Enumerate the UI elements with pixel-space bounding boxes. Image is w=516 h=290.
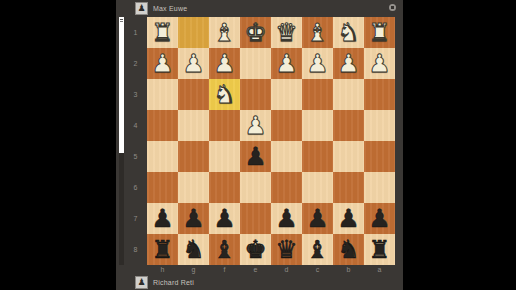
white-pawn-g2[interactable]: ♟ xyxy=(182,48,204,79)
square-h3[interactable] xyxy=(147,79,178,110)
file-label-c: c xyxy=(302,265,333,275)
square-h8[interactable]: ♜ xyxy=(147,234,178,265)
square-g2[interactable]: ♟ xyxy=(178,48,209,79)
square-a3[interactable] xyxy=(364,79,395,110)
square-d4[interactable] xyxy=(271,110,302,141)
black-pawn-f7[interactable]: ♟ xyxy=(213,203,235,234)
chess-piece-avatar-icon: ♟ xyxy=(137,278,145,287)
square-d1[interactable]: ♛ xyxy=(271,17,302,48)
square-h2[interactable]: ♟ xyxy=(147,48,178,79)
white-bishop-f1[interactable]: ♝ xyxy=(213,17,235,48)
square-d8[interactable]: ♛ xyxy=(271,234,302,265)
square-e7[interactable] xyxy=(240,203,271,234)
white-bishop-c1[interactable]: ♝ xyxy=(306,17,328,48)
white-pawn-h2[interactable]: ♟ xyxy=(151,48,173,79)
chess-piece-avatar-icon: ♟ xyxy=(137,4,145,13)
bottom-player-avatar[interactable]: ♟ xyxy=(135,276,148,289)
square-c2[interactable]: ♟ xyxy=(302,48,333,79)
square-e5[interactable]: ♟ xyxy=(240,141,271,172)
square-a2[interactable]: ♟ xyxy=(364,48,395,79)
square-a7[interactable]: ♟ xyxy=(364,203,395,234)
chess-app-panel: ♟ Max Euwe 12345678 ♜♝♚♛♝♞♜♟♟♟♟♟♟♟♞♟♟♟♟♟… xyxy=(116,0,403,290)
square-b5[interactable] xyxy=(333,141,364,172)
white-knight-b1[interactable]: ♞ xyxy=(337,17,359,48)
rank-label-1: 1 xyxy=(124,17,147,48)
white-knight-f3[interactable]: ♞ xyxy=(213,79,235,110)
black-pawn-b7[interactable]: ♟ xyxy=(337,203,359,234)
white-pawn-c2[interactable]: ♟ xyxy=(306,48,328,79)
board: ♜♝♚♛♝♞♜♟♟♟♟♟♟♟♞♟♟♟♟♟♟♟♟♟♜♞♝♚♛♝♞♜ xyxy=(147,17,395,265)
square-h6[interactable] xyxy=(147,172,178,203)
square-f5[interactable] xyxy=(209,141,240,172)
square-b6[interactable] xyxy=(333,172,364,203)
bottom-player-name: Richard Reti xyxy=(153,279,194,286)
square-b7[interactable]: ♟ xyxy=(333,203,364,234)
square-e3[interactable] xyxy=(240,79,271,110)
top-player-bar: ♟ Max Euwe xyxy=(116,0,403,16)
left-letterbox xyxy=(0,0,116,290)
settings-icon[interactable] xyxy=(389,4,396,11)
square-f4[interactable] xyxy=(209,110,240,141)
square-e6[interactable] xyxy=(240,172,271,203)
square-g6[interactable] xyxy=(178,172,209,203)
square-f6[interactable] xyxy=(209,172,240,203)
square-f8[interactable]: ♝ xyxy=(209,234,240,265)
black-bishop-f8[interactable]: ♝ xyxy=(213,234,235,265)
square-a6[interactable] xyxy=(364,172,395,203)
square-a1[interactable]: ♜ xyxy=(364,17,395,48)
black-pawn-h7[interactable]: ♟ xyxy=(151,203,173,234)
black-queen-d8[interactable]: ♛ xyxy=(275,234,297,265)
square-d2[interactable]: ♟ xyxy=(271,48,302,79)
white-rook-h1[interactable]: ♜ xyxy=(151,17,173,48)
black-rook-h8[interactable]: ♜ xyxy=(151,234,173,265)
right-letterbox xyxy=(403,0,516,290)
file-label-a: a xyxy=(364,265,395,275)
square-b2[interactable]: ♟ xyxy=(333,48,364,79)
square-c1[interactable]: ♝ xyxy=(302,17,333,48)
rank-label-8: 8 xyxy=(124,234,147,265)
black-pawn-d7[interactable]: ♟ xyxy=(275,203,297,234)
square-c8[interactable]: ♝ xyxy=(302,234,333,265)
square-e8[interactable]: ♚ xyxy=(240,234,271,265)
square-b1[interactable]: ♞ xyxy=(333,17,364,48)
square-h1[interactable]: ♜ xyxy=(147,17,178,48)
black-pawn-g7[interactable]: ♟ xyxy=(182,203,204,234)
rank-label-2: 2 xyxy=(124,48,147,79)
black-knight-g8[interactable]: ♞ xyxy=(182,234,204,265)
white-pawn-f2[interactable]: ♟ xyxy=(213,48,235,79)
black-bishop-c8[interactable]: ♝ xyxy=(306,234,328,265)
file-label-b: b xyxy=(333,265,364,275)
black-rook-a8[interactable]: ♜ xyxy=(368,234,390,265)
black-pawn-c7[interactable]: ♟ xyxy=(306,203,328,234)
black-knight-b8[interactable]: ♞ xyxy=(337,234,359,265)
file-label-d: d xyxy=(271,265,302,275)
top-player-avatar[interactable]: ♟ xyxy=(135,2,148,15)
square-g8[interactable]: ♞ xyxy=(178,234,209,265)
file-label-h: h xyxy=(147,265,178,275)
square-d5[interactable] xyxy=(271,141,302,172)
rank-label-7: 7 xyxy=(124,203,147,234)
file-label-f: f xyxy=(209,265,240,275)
square-e4[interactable]: ♟ xyxy=(240,110,271,141)
square-c5[interactable] xyxy=(302,141,333,172)
white-pawn-e4[interactable]: ♟ xyxy=(244,110,266,141)
square-b8[interactable]: ♞ xyxy=(333,234,364,265)
white-pawn-b2[interactable]: ♟ xyxy=(337,48,359,79)
square-e1[interactable]: ♚ xyxy=(240,17,271,48)
square-f1[interactable]: ♝ xyxy=(209,17,240,48)
square-d6[interactable] xyxy=(271,172,302,203)
top-player-name: Max Euwe xyxy=(153,5,187,12)
square-h4[interactable] xyxy=(147,110,178,141)
square-e2[interactable] xyxy=(240,48,271,79)
file-label-e: e xyxy=(240,265,271,275)
square-d7[interactable]: ♟ xyxy=(271,203,302,234)
black-pawn-a7[interactable]: ♟ xyxy=(368,203,390,234)
white-king-e1[interactable]: ♚ xyxy=(244,17,266,48)
file-label-g: g xyxy=(178,265,209,275)
file-labels: hgfedcba xyxy=(147,265,395,275)
square-g4[interactable] xyxy=(178,110,209,141)
square-a5[interactable] xyxy=(364,141,395,172)
white-rook-a1[interactable]: ♜ xyxy=(368,17,390,48)
black-king-e8[interactable]: ♚ xyxy=(244,234,266,265)
square-f3[interactable]: ♞ xyxy=(209,79,240,110)
rank-label-3: 3 xyxy=(124,79,147,110)
white-pawn-a2[interactable]: ♟ xyxy=(368,48,390,79)
square-c6[interactable] xyxy=(302,172,333,203)
square-a8[interactable]: ♜ xyxy=(364,234,395,265)
white-queen-d1[interactable]: ♛ xyxy=(275,17,297,48)
square-c3[interactable] xyxy=(302,79,333,110)
square-g1[interactable] xyxy=(178,17,209,48)
rank-label-6: 6 xyxy=(124,172,147,203)
square-c7[interactable]: ♟ xyxy=(302,203,333,234)
square-f7[interactable]: ♟ xyxy=(209,203,240,234)
rank-label-5: 5 xyxy=(124,141,147,172)
square-c4[interactable] xyxy=(302,110,333,141)
rank-labels: 12345678 xyxy=(124,17,147,265)
bottom-player-bar: ♟ Richard Reti xyxy=(116,275,403,290)
white-pawn-d2[interactable]: ♟ xyxy=(275,48,297,79)
square-h7[interactable]: ♟ xyxy=(147,203,178,234)
square-h5[interactable] xyxy=(147,141,178,172)
rank-label-4: 4 xyxy=(124,110,147,141)
square-a4[interactable] xyxy=(364,110,395,141)
black-pawn-e5[interactable]: ♟ xyxy=(244,141,266,172)
square-b4[interactable] xyxy=(333,110,364,141)
square-g5[interactable] xyxy=(178,141,209,172)
square-g3[interactable] xyxy=(178,79,209,110)
square-d3[interactable] xyxy=(271,79,302,110)
square-b3[interactable] xyxy=(333,79,364,110)
square-f2[interactable]: ♟ xyxy=(209,48,240,79)
square-g7[interactable]: ♟ xyxy=(178,203,209,234)
